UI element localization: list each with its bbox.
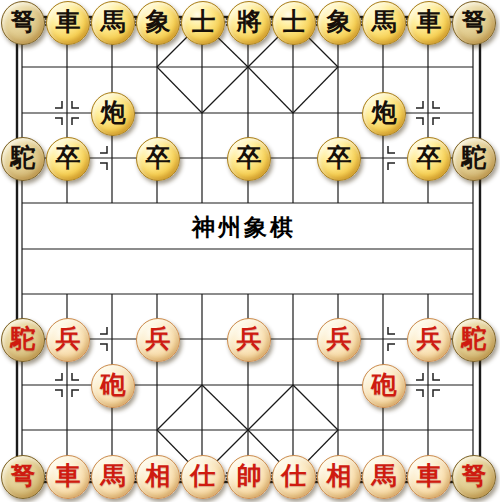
piece-character: 駝 — [462, 137, 487, 179]
piece-character: 車 — [417, 455, 442, 497]
piece-red-horse[interactable]: 馬 — [362, 455, 406, 499]
piece-character: 馬 — [372, 1, 397, 43]
piece-red-advisor[interactable]: 仕 — [272, 455, 316, 499]
piece-red-crossbow[interactable]: 弩 — [1, 455, 45, 499]
piece-red-camel[interactable]: 駝 — [452, 318, 496, 362]
piece-black-crossbow[interactable]: 弩 — [452, 1, 496, 45]
piece-black-cannon[interactable]: 炮 — [91, 92, 135, 136]
piece-character: 駝 — [11, 318, 36, 360]
piece-character: 弩 — [462, 455, 487, 497]
piece-character: 帥 — [237, 455, 262, 497]
piece-character: 將 — [237, 1, 262, 43]
piece-character: 象 — [146, 1, 171, 43]
piece-character: 兵 — [237, 318, 262, 360]
piece-black-advisor[interactable]: 士 — [272, 1, 316, 45]
piece-black-advisor[interactable]: 士 — [181, 1, 225, 45]
piece-character: 車 — [56, 1, 81, 43]
piece-character: 兵 — [327, 318, 352, 360]
piece-red-cannon[interactable]: 砲 — [362, 364, 406, 408]
piece-black-elephant[interactable]: 象 — [317, 1, 361, 45]
piece-black-cannon[interactable]: 炮 — [362, 92, 406, 136]
piece-character: 車 — [417, 1, 442, 43]
piece-black-soldier[interactable]: 卒 — [317, 137, 361, 181]
piece-character: 相 — [327, 455, 352, 497]
piece-red-horse[interactable]: 馬 — [91, 455, 135, 499]
piece-red-elephant[interactable]: 相 — [136, 455, 180, 499]
piece-black-soldier[interactable]: 卒 — [407, 137, 451, 181]
piece-black-general[interactable]: 將 — [227, 1, 271, 45]
piece-character: 駝 — [11, 137, 36, 179]
piece-character: 仕 — [282, 455, 307, 497]
piece-red-elephant[interactable]: 相 — [317, 455, 361, 499]
piece-red-soldier[interactable]: 兵 — [407, 318, 451, 362]
piece-character: 卒 — [327, 137, 352, 179]
piece-character: 炮 — [372, 92, 397, 134]
piece-black-camel[interactable]: 駝 — [452, 137, 496, 181]
piece-character: 駝 — [462, 318, 487, 360]
piece-red-crossbow[interactable]: 弩 — [452, 455, 496, 499]
piece-character: 弩 — [11, 455, 36, 497]
piece-red-cannon[interactable]: 砲 — [91, 364, 135, 408]
piece-character: 士 — [191, 1, 216, 43]
piece-black-soldier[interactable]: 卒 — [46, 137, 90, 181]
piece-character: 卒 — [56, 137, 81, 179]
piece-red-soldier[interactable]: 兵 — [227, 318, 271, 362]
piece-character: 弩 — [11, 1, 36, 43]
piece-red-advisor[interactable]: 仕 — [181, 455, 225, 499]
piece-black-chariot[interactable]: 車 — [407, 1, 451, 45]
piece-character: 相 — [146, 455, 171, 497]
piece-black-soldier[interactable]: 卒 — [136, 137, 180, 181]
piece-red-chariot[interactable]: 車 — [407, 455, 451, 499]
piece-character: 卒 — [146, 137, 171, 179]
piece-character: 弩 — [462, 1, 487, 43]
piece-character: 卒 — [417, 137, 442, 179]
piece-character: 砲 — [101, 364, 126, 406]
piece-red-soldier[interactable]: 兵 — [317, 318, 361, 362]
xiangqi-board: 神州象棋 弩車馬象士將士象馬車弩炮炮駝卒卒卒卒卒駝駝兵兵兵兵兵駝砲砲弩車馬相仕帥… — [0, 0, 500, 502]
piece-red-soldier[interactable]: 兵 — [46, 318, 90, 362]
piece-character: 士 — [282, 1, 307, 43]
piece-character: 兵 — [146, 318, 171, 360]
piece-character: 兵 — [56, 318, 81, 360]
piece-character: 兵 — [417, 318, 442, 360]
piece-black-soldier[interactable]: 卒 — [227, 137, 271, 181]
piece-character: 卒 — [237, 137, 262, 179]
piece-red-camel[interactable]: 駝 — [1, 318, 45, 362]
piece-red-soldier[interactable]: 兵 — [136, 318, 180, 362]
piece-character: 馬 — [101, 1, 126, 43]
piece-black-elephant[interactable]: 象 — [136, 1, 180, 45]
piece-black-camel[interactable]: 駝 — [1, 137, 45, 181]
piece-black-horse[interactable]: 馬 — [91, 1, 135, 45]
piece-character: 馬 — [101, 455, 126, 497]
piece-red-general[interactable]: 帥 — [227, 455, 271, 499]
piece-character: 車 — [56, 455, 81, 497]
river-label: 神州象棋 — [192, 212, 296, 243]
board-grid — [0, 0, 500, 502]
piece-character: 炮 — [101, 92, 126, 134]
piece-red-chariot[interactable]: 車 — [46, 455, 90, 499]
piece-black-crossbow[interactable]: 弩 — [1, 1, 45, 45]
piece-character: 象 — [327, 1, 352, 43]
piece-character: 砲 — [372, 364, 397, 406]
piece-black-horse[interactable]: 馬 — [362, 1, 406, 45]
piece-character: 馬 — [372, 455, 397, 497]
piece-character: 仕 — [191, 455, 216, 497]
piece-black-chariot[interactable]: 車 — [46, 1, 90, 45]
